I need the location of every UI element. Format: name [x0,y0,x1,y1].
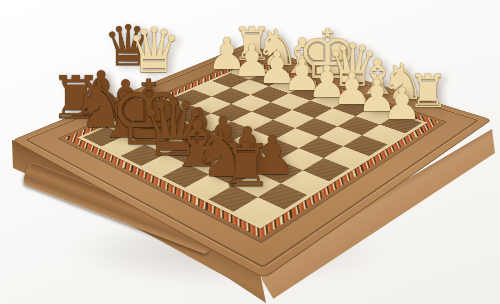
pieces-layer: ♜♞♝♛♚♝♞♜♟♟♟♟♟♟♟♟♟♟♟♟♟♟♟♟♜♞♝♛♚♝♞♜♛♛ [0,0,500,304]
piece-black-rook[interactable]: ♜ [219,136,272,195]
piece-white-pawn[interactable]: ♟ [382,82,421,126]
chess-case-photo: ♜♞♝♛♚♝♞♜♟♟♟♟♟♟♟♟♟♟♟♟♟♟♟♟♜♞♝♛♚♝♞♜♛♛ [0,0,500,304]
